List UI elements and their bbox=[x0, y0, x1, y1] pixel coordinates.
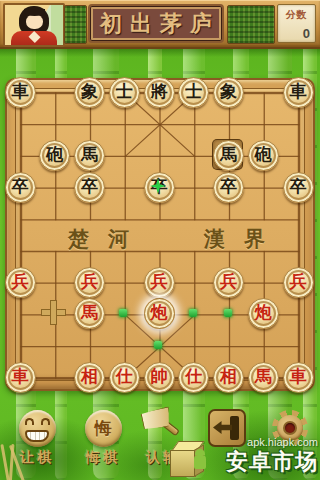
watermark-name: 安卓市场 bbox=[226, 447, 318, 477]
piece-black-general[interactable]: 將 bbox=[144, 77, 175, 108]
level-title: 初出茅庐 bbox=[92, 9, 220, 39]
player-avatar bbox=[3, 3, 65, 47]
undo-button[interactable]: 悔 悔棋 bbox=[75, 408, 131, 467]
piece-red-soldier[interactable]: 兵 bbox=[213, 267, 244, 298]
piece-black-elephant[interactable]: 象 bbox=[74, 77, 105, 108]
android-robot-icon bbox=[194, 455, 206, 469]
move-origin-marker bbox=[41, 300, 66, 325]
piece-black-elephant[interactable]: 象 bbox=[213, 77, 244, 108]
piece-red-elephant[interactable]: 相 bbox=[74, 362, 105, 393]
yield-label: 让棋 bbox=[9, 449, 65, 467]
decor-mat-left bbox=[64, 5, 87, 44]
piece-black-rook[interactable]: 車 bbox=[5, 77, 36, 108]
piece-red-cannon[interactable]: 炮 bbox=[144, 298, 175, 329]
undo-coin-icon: 悔 bbox=[85, 410, 122, 447]
undo-label: 悔棋 bbox=[75, 449, 131, 467]
piece-red-soldier[interactable]: 兵 bbox=[74, 267, 105, 298]
piece-black-horse[interactable]: 馬 bbox=[74, 140, 105, 171]
piece-black-soldier[interactable]: 卒 bbox=[74, 172, 105, 203]
move-target-dot[interactable] bbox=[119, 309, 127, 317]
level-title-plaque: 初出茅庐 bbox=[88, 4, 224, 43]
piece-black-soldier[interactable]: 卒 bbox=[5, 172, 36, 203]
piece-red-soldier[interactable]: 兵 bbox=[283, 267, 314, 298]
piece-red-general[interactable]: 帥 bbox=[144, 362, 175, 393]
score-value: 0 bbox=[278, 26, 315, 41]
move-target-dot[interactable] bbox=[224, 309, 232, 317]
decor-mat-right bbox=[227, 5, 275, 44]
piece-red-soldier[interactable]: 兵 bbox=[144, 267, 175, 298]
piece-red-advisor[interactable]: 仕 bbox=[109, 362, 140, 393]
piece-black-cannon[interactable]: 砲 bbox=[248, 140, 279, 171]
package-box-icon bbox=[166, 439, 204, 477]
move-target-dot[interactable] bbox=[154, 341, 162, 349]
piece-red-soldier[interactable]: 兵 bbox=[5, 267, 36, 298]
move-target-dot[interactable] bbox=[189, 309, 197, 317]
piece-black-cannon[interactable]: 砲 bbox=[39, 140, 70, 171]
piece-black-advisor[interactable]: 士 bbox=[109, 77, 140, 108]
score-panel: 分数 0 bbox=[277, 4, 316, 43]
piece-red-cannon[interactable]: 炮 bbox=[248, 298, 279, 329]
piece-black-soldier[interactable]: 卒 bbox=[213, 172, 244, 203]
piece-red-elephant[interactable]: 相 bbox=[213, 362, 244, 393]
smiley-coin-icon bbox=[19, 410, 56, 447]
undo-coin-char: 悔 bbox=[85, 410, 122, 447]
xiangqi-app: 初出茅庐 分数 0 bbox=[0, 0, 320, 480]
avatar-bangs bbox=[24, 9, 45, 16]
yield-button[interactable]: 让棋 bbox=[9, 408, 65, 467]
piece-red-rook[interactable]: 車 bbox=[5, 362, 36, 393]
piece-red-advisor[interactable]: 仕 bbox=[178, 362, 209, 393]
piece-red-rook[interactable]: 車 bbox=[283, 362, 314, 393]
piece-black-rook[interactable]: 車 bbox=[283, 77, 314, 108]
avatar-face bbox=[26, 14, 43, 29]
piece-red-horse[interactable]: 馬 bbox=[248, 362, 279, 393]
piece-black-horse[interactable]: 馬 bbox=[213, 140, 244, 171]
watermark-android-market: apk.hiapk.com 安卓市场 bbox=[164, 436, 320, 480]
score-label: 分数 bbox=[278, 8, 315, 22]
top-bar: 初出茅庐 分数 0 bbox=[0, 0, 320, 49]
piece-black-advisor[interactable]: 士 bbox=[178, 77, 209, 108]
piece-black-soldier[interactable]: 卒 bbox=[283, 172, 314, 203]
piece-red-horse[interactable]: 馬 bbox=[74, 298, 105, 329]
